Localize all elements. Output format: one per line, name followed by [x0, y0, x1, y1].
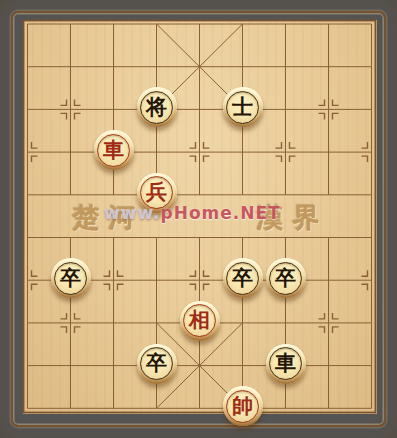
piece-face: 卒	[140, 347, 173, 380]
piece-glyph: 相	[189, 310, 210, 331]
piece-glyph: 卒	[275, 267, 296, 288]
piece-glyph: 帥	[232, 395, 253, 416]
red-general[interactable]: 帥	[223, 386, 263, 426]
black-soldier-d[interactable]: 卒	[137, 344, 177, 384]
piece-glyph: 車	[103, 139, 124, 160]
piece-face: 帥	[226, 390, 259, 423]
black-advisor[interactable]: 士	[223, 87, 263, 127]
piece-glyph: 兵	[146, 182, 167, 203]
piece-glyph: 卒	[232, 267, 253, 288]
piece-glyph: 卒	[60, 267, 81, 288]
watermark: www.pHome.NET	[104, 203, 281, 223]
piece-glyph: 将	[146, 96, 167, 117]
red-elephant[interactable]: 相	[180, 301, 220, 341]
piece-face: 相	[183, 304, 216, 337]
black-soldier-b[interactable]: 卒	[51, 258, 91, 298]
piece-glyph: 士	[232, 96, 253, 117]
red-chariot[interactable]: 車	[94, 130, 134, 170]
piece-glyph: 車	[275, 353, 296, 374]
piece-face: 将	[140, 91, 173, 124]
black-general[interactable]: 将	[137, 87, 177, 127]
xiangqi-board: 楚河 漢界 将士車兵卒卒卒相卒車帥 www.pHome.NET	[0, 0, 397, 438]
piece-face: 車	[97, 134, 130, 167]
black-chariot[interactable]: 車	[266, 344, 306, 384]
black-soldier-f[interactable]: 卒	[223, 258, 263, 298]
piece-face: 卒	[54, 262, 87, 295]
watermark-brand: pHome.NET	[161, 203, 281, 223]
piece-face: 卒	[226, 262, 259, 295]
piece-glyph: 卒	[146, 353, 167, 374]
black-soldier-g[interactable]: 卒	[266, 258, 306, 298]
piece-face: 車	[269, 347, 302, 380]
piece-face: 士	[226, 91, 259, 124]
piece-face: 卒	[269, 262, 302, 295]
watermark-prefix: www.	[104, 203, 161, 223]
